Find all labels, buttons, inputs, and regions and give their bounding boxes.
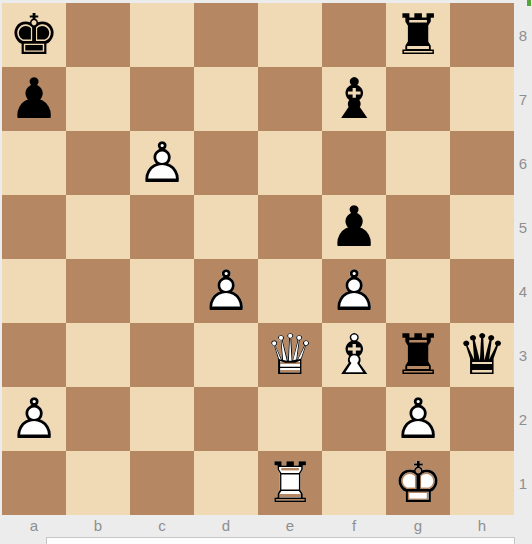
piece-white-fill: ♜ bbox=[258, 451, 322, 515]
square-b3[interactable] bbox=[66, 323, 130, 387]
square-g3[interactable]: ♜ bbox=[386, 323, 450, 387]
chess-app-canvas: ♚♜♟♝♟♙♟♟♙♟♙♛♕♝♗♜♛♟♙♟♙♜♖♚♔ 87654321 abcde… bbox=[0, 0, 532, 544]
rank-label-8: 8 bbox=[514, 3, 532, 67]
square-d2[interactable] bbox=[194, 387, 258, 451]
square-d5[interactable] bbox=[194, 195, 258, 259]
square-c7[interactable] bbox=[130, 67, 194, 131]
square-h2[interactable] bbox=[450, 387, 514, 451]
piece-white-fill: ♟ bbox=[130, 131, 194, 195]
square-d6[interactable] bbox=[194, 131, 258, 195]
square-f1[interactable] bbox=[322, 451, 386, 515]
square-f5[interactable]: ♟ bbox=[322, 195, 386, 259]
piece-white-fill: ♟ bbox=[322, 259, 386, 323]
square-c8[interactable] bbox=[130, 3, 194, 67]
square-d3[interactable] bbox=[194, 323, 258, 387]
file-label-c: c bbox=[130, 513, 194, 537]
square-g2[interactable]: ♟♙ bbox=[386, 387, 450, 451]
square-g1[interactable]: ♚♔ bbox=[386, 451, 450, 515]
rank-label-7: 7 bbox=[514, 67, 532, 131]
file-coordinates: abcdefgh bbox=[2, 513, 514, 537]
piece-bP-f5[interactable]: ♟ bbox=[322, 195, 386, 259]
file-label-f: f bbox=[322, 513, 386, 537]
square-e4[interactable] bbox=[258, 259, 322, 323]
file-label-g: g bbox=[386, 513, 450, 537]
square-c1[interactable] bbox=[130, 451, 194, 515]
piece-white-fill: ♟ bbox=[386, 387, 450, 451]
rank-label-1: 1 bbox=[514, 451, 532, 515]
square-f6[interactable] bbox=[322, 131, 386, 195]
piece-bK-a8[interactable]: ♚ bbox=[2, 3, 66, 67]
square-e6[interactable] bbox=[258, 131, 322, 195]
rank-label-6: 6 bbox=[514, 131, 532, 195]
square-g4[interactable] bbox=[386, 259, 450, 323]
rank-label-2: 2 bbox=[514, 387, 532, 451]
file-label-e: e bbox=[258, 513, 322, 537]
square-h4[interactable] bbox=[450, 259, 514, 323]
square-c4[interactable] bbox=[130, 259, 194, 323]
square-e5[interactable] bbox=[258, 195, 322, 259]
square-d1[interactable] bbox=[194, 451, 258, 515]
piece-wR-e1[interactable]: ♖ bbox=[258, 451, 322, 515]
square-e1[interactable]: ♜♖ bbox=[258, 451, 322, 515]
piece-white-fill: ♟ bbox=[194, 259, 258, 323]
square-e8[interactable] bbox=[258, 3, 322, 67]
square-d7[interactable] bbox=[194, 67, 258, 131]
square-h5[interactable] bbox=[450, 195, 514, 259]
square-f2[interactable] bbox=[322, 387, 386, 451]
piece-bR-g3[interactable]: ♜ bbox=[386, 323, 450, 387]
square-g6[interactable] bbox=[386, 131, 450, 195]
piece-white-fill: ♝ bbox=[322, 323, 386, 387]
square-h7[interactable] bbox=[450, 67, 514, 131]
piece-wP-c6[interactable]: ♙ bbox=[130, 131, 194, 195]
square-h8[interactable] bbox=[450, 3, 514, 67]
green-indicator bbox=[527, 0, 531, 6]
square-f8[interactable] bbox=[322, 3, 386, 67]
square-b2[interactable] bbox=[66, 387, 130, 451]
piece-white-fill: ♚ bbox=[386, 451, 450, 515]
square-g8[interactable]: ♜ bbox=[386, 3, 450, 67]
chess-board: ♚♜♟♝♟♙♟♟♙♟♙♛♕♝♗♜♛♟♙♟♙♜♖♚♔ bbox=[2, 3, 514, 515]
square-b6[interactable] bbox=[66, 131, 130, 195]
piece-wP-d4[interactable]: ♙ bbox=[194, 259, 258, 323]
piece-wP-a2[interactable]: ♙ bbox=[2, 387, 66, 451]
square-b1[interactable] bbox=[66, 451, 130, 515]
file-label-b: b bbox=[66, 513, 130, 537]
rank-label-3: 3 bbox=[514, 323, 532, 387]
square-g5[interactable] bbox=[386, 195, 450, 259]
piece-white-fill: ♟ bbox=[2, 387, 66, 451]
file-label-a: a bbox=[2, 513, 66, 537]
square-e3[interactable]: ♛♕ bbox=[258, 323, 322, 387]
square-e7[interactable] bbox=[258, 67, 322, 131]
square-a3[interactable] bbox=[2, 323, 66, 387]
square-f3[interactable]: ♝♗ bbox=[322, 323, 386, 387]
piece-bQ-h3[interactable]: ♛ bbox=[450, 323, 514, 387]
piece-wQ-e3[interactable]: ♕ bbox=[258, 323, 322, 387]
piece-bR-g8[interactable]: ♜ bbox=[386, 3, 450, 67]
rank-label-4: 4 bbox=[514, 259, 532, 323]
rank-label-5: 5 bbox=[514, 195, 532, 259]
square-b4[interactable] bbox=[66, 259, 130, 323]
file-label-h: h bbox=[450, 513, 514, 537]
square-g7[interactable] bbox=[386, 67, 450, 131]
square-h6[interactable] bbox=[450, 131, 514, 195]
square-c2[interactable] bbox=[130, 387, 194, 451]
square-b5[interactable] bbox=[66, 195, 130, 259]
square-f4[interactable]: ♟♙ bbox=[322, 259, 386, 323]
square-d4[interactable]: ♟♙ bbox=[194, 259, 258, 323]
piece-bP-a7[interactable]: ♟ bbox=[2, 67, 66, 131]
square-f7[interactable]: ♝ bbox=[322, 67, 386, 131]
file-label-d: d bbox=[194, 513, 258, 537]
square-a4[interactable] bbox=[2, 259, 66, 323]
square-a8[interactable]: ♚ bbox=[2, 3, 66, 67]
square-d8[interactable] bbox=[194, 3, 258, 67]
piece-white-fill: ♛ bbox=[258, 323, 322, 387]
piece-bB-f7[interactable]: ♝ bbox=[322, 67, 386, 131]
piece-wK-g1[interactable]: ♔ bbox=[386, 451, 450, 515]
square-h1[interactable] bbox=[450, 451, 514, 515]
square-c3[interactable] bbox=[130, 323, 194, 387]
square-b8[interactable] bbox=[66, 3, 130, 67]
square-c5[interactable] bbox=[130, 195, 194, 259]
square-e2[interactable] bbox=[258, 387, 322, 451]
piece-wP-f4[interactable]: ♙ bbox=[322, 259, 386, 323]
piece-wB-f3[interactable]: ♗ bbox=[322, 323, 386, 387]
piece-wP-g2[interactable]: ♙ bbox=[386, 387, 450, 451]
square-c6[interactable]: ♟♙ bbox=[130, 131, 194, 195]
square-a7[interactable]: ♟ bbox=[2, 67, 66, 131]
square-a5[interactable] bbox=[2, 195, 66, 259]
rank-coordinates: 87654321 bbox=[514, 3, 532, 515]
square-a6[interactable] bbox=[2, 131, 66, 195]
square-b7[interactable] bbox=[66, 67, 130, 131]
bottom-panel bbox=[46, 537, 515, 544]
square-a2[interactable]: ♟♙ bbox=[2, 387, 66, 451]
square-h3[interactable]: ♛ bbox=[450, 323, 514, 387]
square-a1[interactable] bbox=[2, 451, 66, 515]
